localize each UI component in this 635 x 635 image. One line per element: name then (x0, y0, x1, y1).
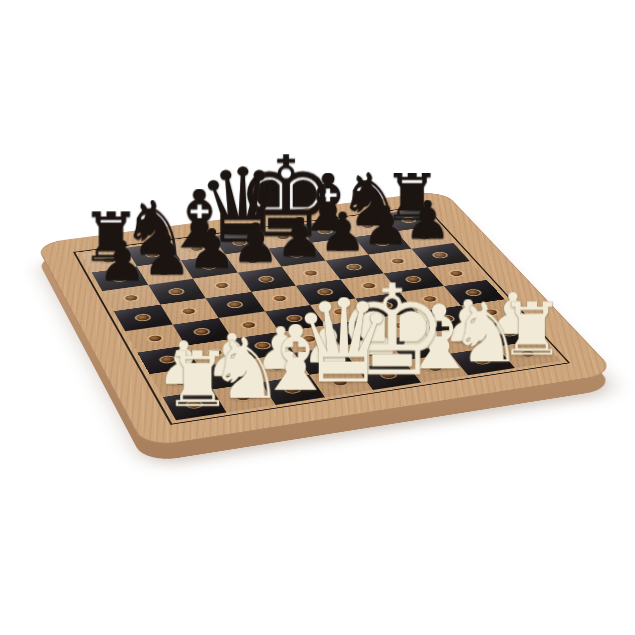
white-rook: ♜ (121, 350, 274, 409)
peg-hole (169, 288, 184, 295)
scene: ♜♞♝♛♚♝♞♜♟♟♟♟♟♟♟♟♟♟♟♟♟♟♟♟♜♞♝♛♚♝♞♜ (0, 0, 635, 635)
peg-hole (214, 282, 229, 289)
board-slab: ♜♞♝♛♚♝♞♜♟♟♟♟♟♟♟♟♟♟♟♟♟♟♟♟♜♞♝♛♚♝♞♜ (35, 190, 616, 447)
peg-hole (259, 276, 274, 283)
peg-hole (449, 270, 465, 276)
square-a7: ♟ (92, 266, 148, 291)
board-grid: ♜♞♝♛♚♝♞♜♟♟♟♟♟♟♟♟♟♟♟♟♟♟♟♟♜♞♝♛♚♝♞♜ (81, 209, 561, 421)
peg-hole (227, 301, 242, 308)
peg-hole (123, 294, 138, 301)
square-a1: ♜ (163, 389, 227, 420)
chess-board: ♜♞♝♛♚♝♞♜♟♟♟♟♟♟♟♟♟♟♟♟♟♟♟♟♜♞♝♛♚♝♞♜ (35, 190, 616, 447)
black-pawn: ♟ (53, 240, 190, 283)
peg-hole (135, 314, 150, 321)
peg-hole (181, 308, 196, 315)
